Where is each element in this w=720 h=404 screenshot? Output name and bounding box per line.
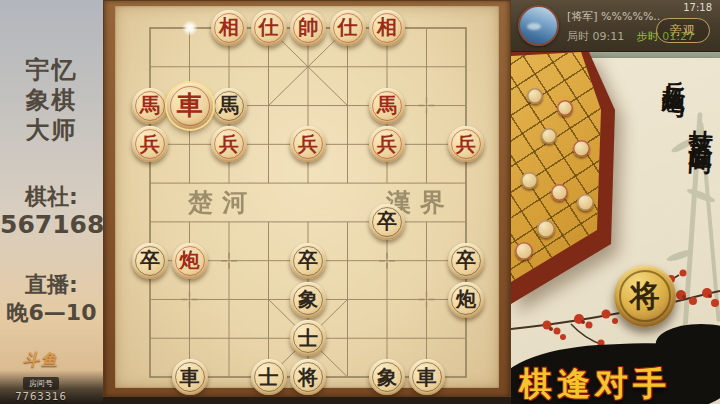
slogan-column-1: 兵挺炮鸣 <box>660 61 692 83</box>
piece-black-象[interactable]: 象 <box>290 282 326 318</box>
room-number: 7763316 <box>6 391 76 402</box>
piece-red-仕[interactable]: 仕 <box>251 10 287 46</box>
last-move-sparkle <box>182 20 198 36</box>
opponent-info-bar: [将军] %%%%%.. 局时 09:11 步时 01:27 17:18 旁观 <box>511 0 720 52</box>
general-piece-artwork: 将 <box>614 265 676 327</box>
xiangqi-board[interactable]: 楚河 漢界 相仕帥仕相馬車馬馬兵兵兵兵兵卒卒炮卒卒象炮士車士将象車 <box>103 0 511 397</box>
piece-black-卒[interactable]: 卒 <box>448 243 484 279</box>
piece-black-将[interactable]: 将 <box>290 359 326 395</box>
right-panel: [将军] %%%%%.. 局时 09:11 步时 01:27 17:18 旁观 <box>511 0 720 404</box>
stream-screenshot: 宇忆 象棋 大师 棋社: 567168 直播: 晚6—10 斗鱼 房间号 776… <box>0 0 720 404</box>
piece-black-車[interactable]: 車 <box>409 359 445 395</box>
spectate-button[interactable]: 旁观 <box>656 18 710 43</box>
poster-banner-text: 棋逢对手 <box>519 362 719 404</box>
piece-red-帥[interactable]: 帥 <box>290 10 326 46</box>
douyu-logo: 斗鱼 <box>6 350 76 371</box>
piece-red-馬[interactable]: 馬 <box>369 88 405 124</box>
douyu-logo-block: 斗鱼 房间号 7763316 <box>6 350 76 402</box>
chess-club-info: 棋社: 567168 <box>0 183 103 239</box>
piece-grid: 相仕帥仕相馬車馬馬兵兵兵兵兵卒卒炮卒卒象炮士車士将象車 <box>130 9 486 397</box>
piece-red-兵[interactable]: 兵 <box>290 126 326 162</box>
room-number-label: 房间号 <box>23 377 59 390</box>
piece-red-兵[interactable]: 兵 <box>448 126 484 162</box>
piece-black-象[interactable]: 象 <box>369 359 405 395</box>
piece-black-卒[interactable]: 卒 <box>290 243 326 279</box>
player-avatar[interactable] <box>518 5 559 46</box>
piece-black-炮[interactable]: 炮 <box>448 282 484 318</box>
piece-red-兵[interactable]: 兵 <box>211 126 247 162</box>
streamer-sidebar: 宇忆 象棋 大师 棋社: 567168 直播: 晚6—10 斗鱼 房间号 776… <box>0 0 103 404</box>
piece-red-炮[interactable]: 炮 <box>172 243 208 279</box>
player-username: [将军] %%%%%.. <box>567 9 660 24</box>
piece-red-相[interactable]: 相 <box>369 10 405 46</box>
piece-black-車[interactable]: 車 <box>172 359 208 395</box>
streamer-name: 宇忆 象棋 大师 <box>0 55 103 145</box>
piece-red-兵[interactable]: 兵 <box>132 126 168 162</box>
piece-black-卒[interactable]: 卒 <box>369 204 405 240</box>
piece-red-兵[interactable]: 兵 <box>369 126 405 162</box>
live-schedule: 直播: 晚6—10 <box>0 271 103 327</box>
decorative-poster: 兵挺炮鸣 技艺盖世间 将 <box>511 52 720 404</box>
system-clock: 17:18 <box>683 2 712 13</box>
piece-black-士[interactable]: 士 <box>251 359 287 395</box>
piece-red-相[interactable]: 相 <box>211 10 247 46</box>
piece-black-馬[interactable]: 馬 <box>211 88 247 124</box>
piece-black-卒[interactable]: 卒 <box>132 243 168 279</box>
slogan-column-2: 技艺盖世间 <box>685 109 718 136</box>
piece-black-士[interactable]: 士 <box>290 320 326 356</box>
piece-red-馬[interactable]: 馬 <box>132 88 168 124</box>
bottom-edge <box>103 397 511 404</box>
piece-red-車[interactable]: 車 <box>167 83 213 129</box>
piece-red-仕[interactable]: 仕 <box>330 10 366 46</box>
